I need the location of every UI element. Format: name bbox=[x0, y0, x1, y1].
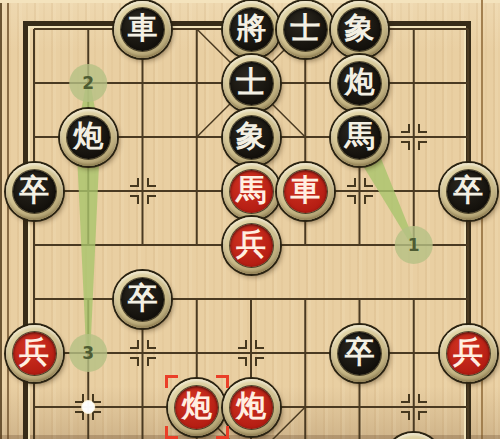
frame-edge-left bbox=[0, 0, 2, 439]
black-elephant[interactable]: 象 bbox=[331, 1, 388, 58]
piece-character: 士 bbox=[236, 67, 266, 97]
piece-character: 士 bbox=[290, 13, 320, 43]
black-horse[interactable]: 馬 bbox=[331, 109, 388, 166]
piece-character: 象 bbox=[236, 121, 266, 151]
black-general[interactable]: 將 bbox=[223, 1, 280, 58]
red-soldier[interactable]: 兵 bbox=[440, 325, 497, 382]
point-marker bbox=[130, 340, 156, 366]
piece-character: 卒 bbox=[128, 283, 158, 313]
piece-character: 炮 bbox=[182, 391, 212, 421]
point-marker bbox=[347, 178, 373, 204]
black-advisor[interactable]: 士 bbox=[223, 55, 280, 112]
black-cannon[interactable]: 炮 bbox=[331, 55, 388, 112]
red-soldier[interactable]: 兵 bbox=[223, 217, 280, 274]
red-chariot[interactable]: 車 bbox=[277, 163, 334, 220]
piece-character: 炮 bbox=[73, 121, 103, 151]
red-cannon[interactable]: 炮 bbox=[168, 379, 225, 436]
piece-character: 卒 bbox=[19, 175, 49, 205]
black-advisor[interactable]: 士 bbox=[277, 1, 334, 58]
piece-character: 車 bbox=[128, 13, 158, 43]
point-marker bbox=[75, 394, 101, 420]
xiangqi-board: 123 車將士象士炮炮象馬卒馬車卒兵卒兵卒兵炮炮 bbox=[0, 0, 500, 439]
point-marker bbox=[130, 178, 156, 204]
point-marker bbox=[401, 124, 427, 150]
piece-character: 車 bbox=[290, 175, 320, 205]
frame-groove-left bbox=[7, 0, 9, 439]
piece-character: 兵 bbox=[236, 229, 266, 259]
point-marker bbox=[238, 340, 264, 366]
piece-character: 將 bbox=[236, 13, 266, 43]
piece-character: 卒 bbox=[453, 175, 483, 205]
piece-character: 象 bbox=[345, 13, 375, 43]
point-marker bbox=[401, 394, 427, 420]
black-cannon[interactable]: 炮 bbox=[60, 109, 117, 166]
black-soldier[interactable]: 卒 bbox=[6, 163, 63, 220]
piece-character: 馬 bbox=[345, 121, 375, 151]
piece-character: 兵 bbox=[19, 337, 49, 367]
black-soldier[interactable]: 卒 bbox=[440, 163, 497, 220]
red-cannon[interactable]: 炮 bbox=[223, 379, 280, 436]
black-soldier[interactable]: 卒 bbox=[331, 325, 388, 382]
black-chariot[interactable]: 車 bbox=[114, 1, 171, 58]
piece-character: 卒 bbox=[345, 337, 375, 367]
piece-character: 炮 bbox=[345, 67, 375, 97]
red-soldier[interactable]: 兵 bbox=[6, 325, 63, 382]
piece-character: 炮 bbox=[236, 391, 266, 421]
piece-character: 兵 bbox=[453, 337, 483, 367]
piece-character: 馬 bbox=[236, 175, 266, 205]
black-soldier[interactable]: 卒 bbox=[114, 271, 171, 328]
red-horse[interactable]: 馬 bbox=[223, 163, 280, 220]
black-elephant[interactable]: 象 bbox=[223, 109, 280, 166]
